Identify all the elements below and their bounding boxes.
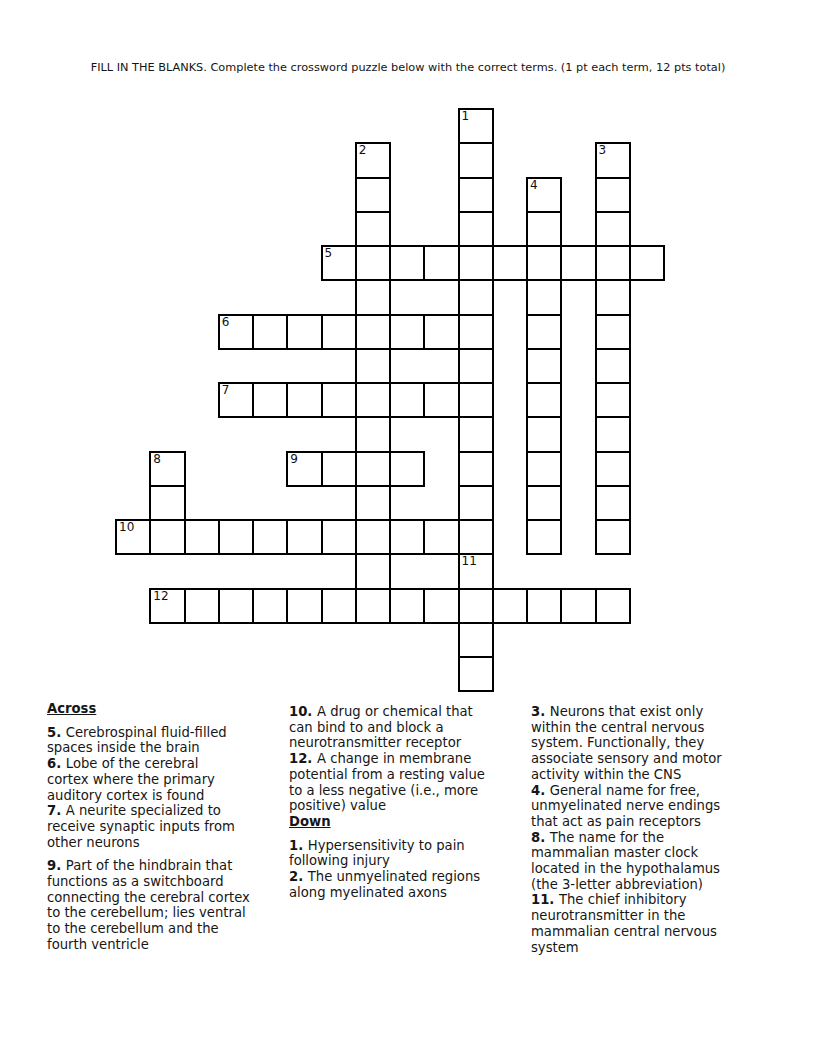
cell-number-11: 11 (462, 555, 477, 568)
clues-column-3: 3. Neurons that exist only within the ce… (531, 704, 759, 955)
cell-number-8: 8 (153, 453, 161, 466)
clue-across-9: 9. Part of the hindbrain that functions … (47, 858, 283, 952)
clue-number-label: 1. (289, 838, 308, 853)
clue-across-5: 5. Cerebrospinal fluid-filled spaces ins… (47, 725, 283, 756)
cell-r5-c14[interactable] (595, 279, 631, 315)
cell-r8-c10[interactable] (458, 382, 494, 418)
clue-across-10: 10. A drug or chemical that can bind to … (289, 704, 527, 751)
clue-down-11: 11. The chief inhibitory neurotransmitte… (531, 892, 759, 955)
cell-r10-c12[interactable] (526, 451, 562, 487)
cell-r12-c4[interactable] (252, 519, 288, 555)
cell-r4-c9[interactable] (423, 245, 459, 281)
cell-r2-c10[interactable] (458, 177, 494, 213)
cell-r3-c12[interactable] (526, 211, 562, 247)
cell-r4-c14[interactable] (595, 245, 631, 281)
cell-r6-c8[interactable] (389, 314, 425, 350)
cell-r10-c6[interactable] (321, 451, 357, 487)
cell-r4-c8[interactable] (389, 245, 425, 281)
cell-r14-c1[interactable]: 12 (149, 588, 185, 624)
clue-number-label: 12. (289, 751, 317, 766)
clues-column-2: 10. A drug or chemical that can bind to … (289, 704, 527, 900)
cell-r1-c10[interactable] (458, 142, 494, 178)
cell-r12-c1[interactable] (149, 519, 185, 555)
clue-across-12: 12. A change in membrane potential from … (289, 751, 527, 814)
clue-number-label: 8. (531, 830, 550, 845)
cell-r10-c7[interactable] (355, 451, 391, 487)
cell-r12-c2[interactable] (184, 519, 220, 555)
clue-text: Cerebrospinal fluid-filled spaces inside… (47, 725, 227, 756)
cell-r1-c7[interactable]: 2 (355, 142, 391, 178)
cell-number-10: 10 (119, 521, 134, 534)
clue-number-label: 9. (47, 858, 66, 873)
clue-text: Hypersensitivity to pain following injur… (289, 838, 465, 869)
cell-r10-c10[interactable] (458, 451, 494, 487)
cell-r10-c14[interactable] (595, 451, 631, 487)
clue-text: The unmyelinated regions along myelinate… (289, 869, 480, 900)
clues-column-1: Across5. Cerebrospinal fluid-filled spac… (47, 701, 283, 953)
cell-r6-c5[interactable] (286, 314, 322, 350)
crossword-grid: 123456789101112 (115, 108, 665, 692)
cell-r14-c11[interactable] (492, 588, 528, 624)
cell-r4-c15[interactable] (629, 245, 665, 281)
clue-across-6: 6. Lobe of the cerebral cortex where the… (47, 756, 283, 803)
cell-number-4: 4 (530, 179, 538, 192)
clue-across-7: 7. A neurite specialized to receive syna… (47, 803, 283, 850)
cell-r11-c10[interactable] (458, 485, 494, 521)
clue-down-2: 2. The unmyelinated regions along myelin… (289, 869, 527, 900)
cell-r10-c1[interactable]: 8 (149, 451, 185, 487)
cell-r8-c4[interactable] (252, 382, 288, 418)
down-heading-label: Down (289, 814, 331, 829)
cell-number-7: 7 (222, 384, 230, 397)
cell-r4-c7[interactable] (355, 245, 391, 281)
worksheet-page: FILL IN THE BLANKS. Complete the crosswo… (0, 0, 816, 1056)
clue-number-label: 2. (289, 869, 308, 884)
cell-r11-c1[interactable] (149, 485, 185, 521)
clue-number-label: 5. (47, 725, 66, 740)
clue-number-label: 10. (289, 704, 317, 719)
cell-r6-c9[interactable] (423, 314, 459, 350)
cell-r11-c12[interactable] (526, 485, 562, 521)
cell-r8-c9[interactable] (423, 382, 459, 418)
cell-r13-c7[interactable] (355, 553, 391, 589)
cell-r5-c7[interactable] (355, 279, 391, 315)
cell-r8-c6[interactable] (321, 382, 357, 418)
cell-r12-c7[interactable] (355, 519, 391, 555)
cell-r3-c10[interactable] (458, 211, 494, 247)
cell-r3-c14[interactable] (595, 211, 631, 247)
clue-number-label: 3. (531, 704, 550, 719)
cell-r14-c5[interactable] (286, 588, 322, 624)
cell-r4-c11[interactable] (492, 245, 528, 281)
cell-r12-c12[interactable] (526, 519, 562, 555)
clue-down-3: 3. Neurons that exist only within the ce… (531, 704, 759, 783)
cell-r15-c10[interactable] (458, 622, 494, 658)
cell-number-1: 1 (462, 110, 470, 123)
cell-r12-c6[interactable] (321, 519, 357, 555)
clue-text: Part of the hindbrain that functions as … (47, 858, 250, 952)
cell-r14-c12[interactable] (526, 588, 562, 624)
cell-r0-c10[interactable]: 1 (458, 108, 494, 144)
cell-r1-c14[interactable]: 3 (595, 142, 631, 178)
cell-r12-c0[interactable]: 10 (115, 519, 151, 555)
clue-text: A drug or chemical that can bind to and … (289, 704, 473, 750)
cell-r12-c10[interactable] (458, 519, 494, 555)
cell-r8-c3[interactable]: 7 (218, 382, 254, 418)
across-heading: Across (47, 701, 283, 717)
cell-r13-c10[interactable]: 11 (458, 553, 494, 589)
cell-r6-c7[interactable] (355, 314, 391, 350)
cell-number-2: 2 (359, 144, 367, 157)
cell-number-12: 12 (153, 590, 168, 603)
cell-number-3: 3 (599, 144, 607, 157)
cell-number-9: 9 (290, 453, 298, 466)
down-heading: Down (289, 814, 527, 830)
cell-number-6: 6 (222, 316, 230, 329)
cell-r10-c5[interactable]: 9 (286, 451, 322, 487)
cell-r6-c14[interactable] (595, 314, 631, 350)
clue-number-label: 4. (531, 783, 550, 798)
cell-r14-c6[interactable] (321, 588, 357, 624)
cell-r11-c14[interactable] (595, 485, 631, 521)
cell-r11-c7[interactable] (355, 485, 391, 521)
cell-r4-c10[interactable] (458, 245, 494, 281)
cell-r6-c3[interactable]: 6 (218, 314, 254, 350)
cell-r4-c6[interactable]: 5 (321, 245, 357, 281)
cell-r9-c14[interactable] (595, 416, 631, 452)
cell-r8-c7[interactable] (355, 382, 391, 418)
cell-r8-c5[interactable] (286, 382, 322, 418)
cell-r7-c14[interactable] (595, 348, 631, 384)
cell-r4-c12[interactable] (526, 245, 562, 281)
cell-r14-c9[interactable] (423, 588, 459, 624)
cell-r14-c3[interactable] (218, 588, 254, 624)
clue-text: The chief inhibitory neurotransmitter in… (531, 892, 717, 954)
cell-r7-c12[interactable] (526, 348, 562, 384)
cell-r7-c10[interactable] (458, 348, 494, 384)
clue-text: General name for free, unmyelinated nerv… (531, 783, 720, 829)
cell-r8-c8[interactable] (389, 382, 425, 418)
cell-r5-c10[interactable] (458, 279, 494, 315)
cell-r2-c12[interactable]: 4 (526, 177, 562, 213)
clue-number-label: 7. (47, 803, 66, 818)
clue-text: The name for the mammalian master clock … (531, 830, 720, 892)
clue-down-8: 8. The name for the mammalian master clo… (531, 830, 759, 893)
cell-r5-c12[interactable] (526, 279, 562, 315)
clue-text: Neurons that exist only within the centr… (531, 704, 722, 782)
cell-r4-c13[interactable] (560, 245, 596, 281)
clue-text: A neurite specialized to receive synapti… (47, 803, 235, 849)
cell-r14-c7[interactable] (355, 588, 391, 624)
clue-down-4: 4. General name for free, unmyelinated n… (531, 783, 759, 830)
cell-r12-c14[interactable] (595, 519, 631, 555)
cell-r14-c14[interactable] (595, 588, 631, 624)
across-heading-label: Across (47, 701, 96, 716)
cell-r14-c10[interactable] (458, 588, 494, 624)
clue-number-label: 6. (47, 756, 66, 771)
cell-r14-c2[interactable] (184, 588, 220, 624)
cell-r12-c5[interactable] (286, 519, 322, 555)
cell-r9-c12[interactable] (526, 416, 562, 452)
cell-r2-c14[interactable] (595, 177, 631, 213)
cell-r12-c8[interactable] (389, 519, 425, 555)
clue-down-1: 1. Hypersensitivity to pain following in… (289, 838, 527, 869)
cell-r6-c4[interactable] (252, 314, 288, 350)
cell-r7-c7[interactable] (355, 348, 391, 384)
cell-r8-c14[interactable] (595, 382, 631, 418)
cell-r10-c8[interactable] (389, 451, 425, 487)
cell-r14-c13[interactable] (560, 588, 596, 624)
cell-r6-c12[interactable] (526, 314, 562, 350)
cell-r6-c10[interactable] (458, 314, 494, 350)
cell-r14-c4[interactable] (252, 588, 288, 624)
cell-r9-c10[interactable] (458, 416, 494, 452)
cell-r2-c7[interactable] (355, 177, 391, 213)
clue-text: Lobe of the cerebral cortex where the pr… (47, 756, 215, 802)
cell-r9-c7[interactable] (355, 416, 391, 452)
clue-number-label: 11. (531, 892, 559, 907)
cell-r16-c10[interactable] (458, 656, 494, 692)
cell-r14-c8[interactable] (389, 588, 425, 624)
cell-r3-c7[interactable] (355, 211, 391, 247)
cell-r6-c6[interactable] (321, 314, 357, 350)
cell-number-5: 5 (325, 247, 333, 260)
page-title: FILL IN THE BLANKS. Complete the crosswo… (0, 61, 816, 75)
clue-text: A change in membrane potential from a re… (289, 751, 485, 813)
cell-r12-c3[interactable] (218, 519, 254, 555)
cell-r12-c9[interactable] (423, 519, 459, 555)
cell-r8-c12[interactable] (526, 382, 562, 418)
